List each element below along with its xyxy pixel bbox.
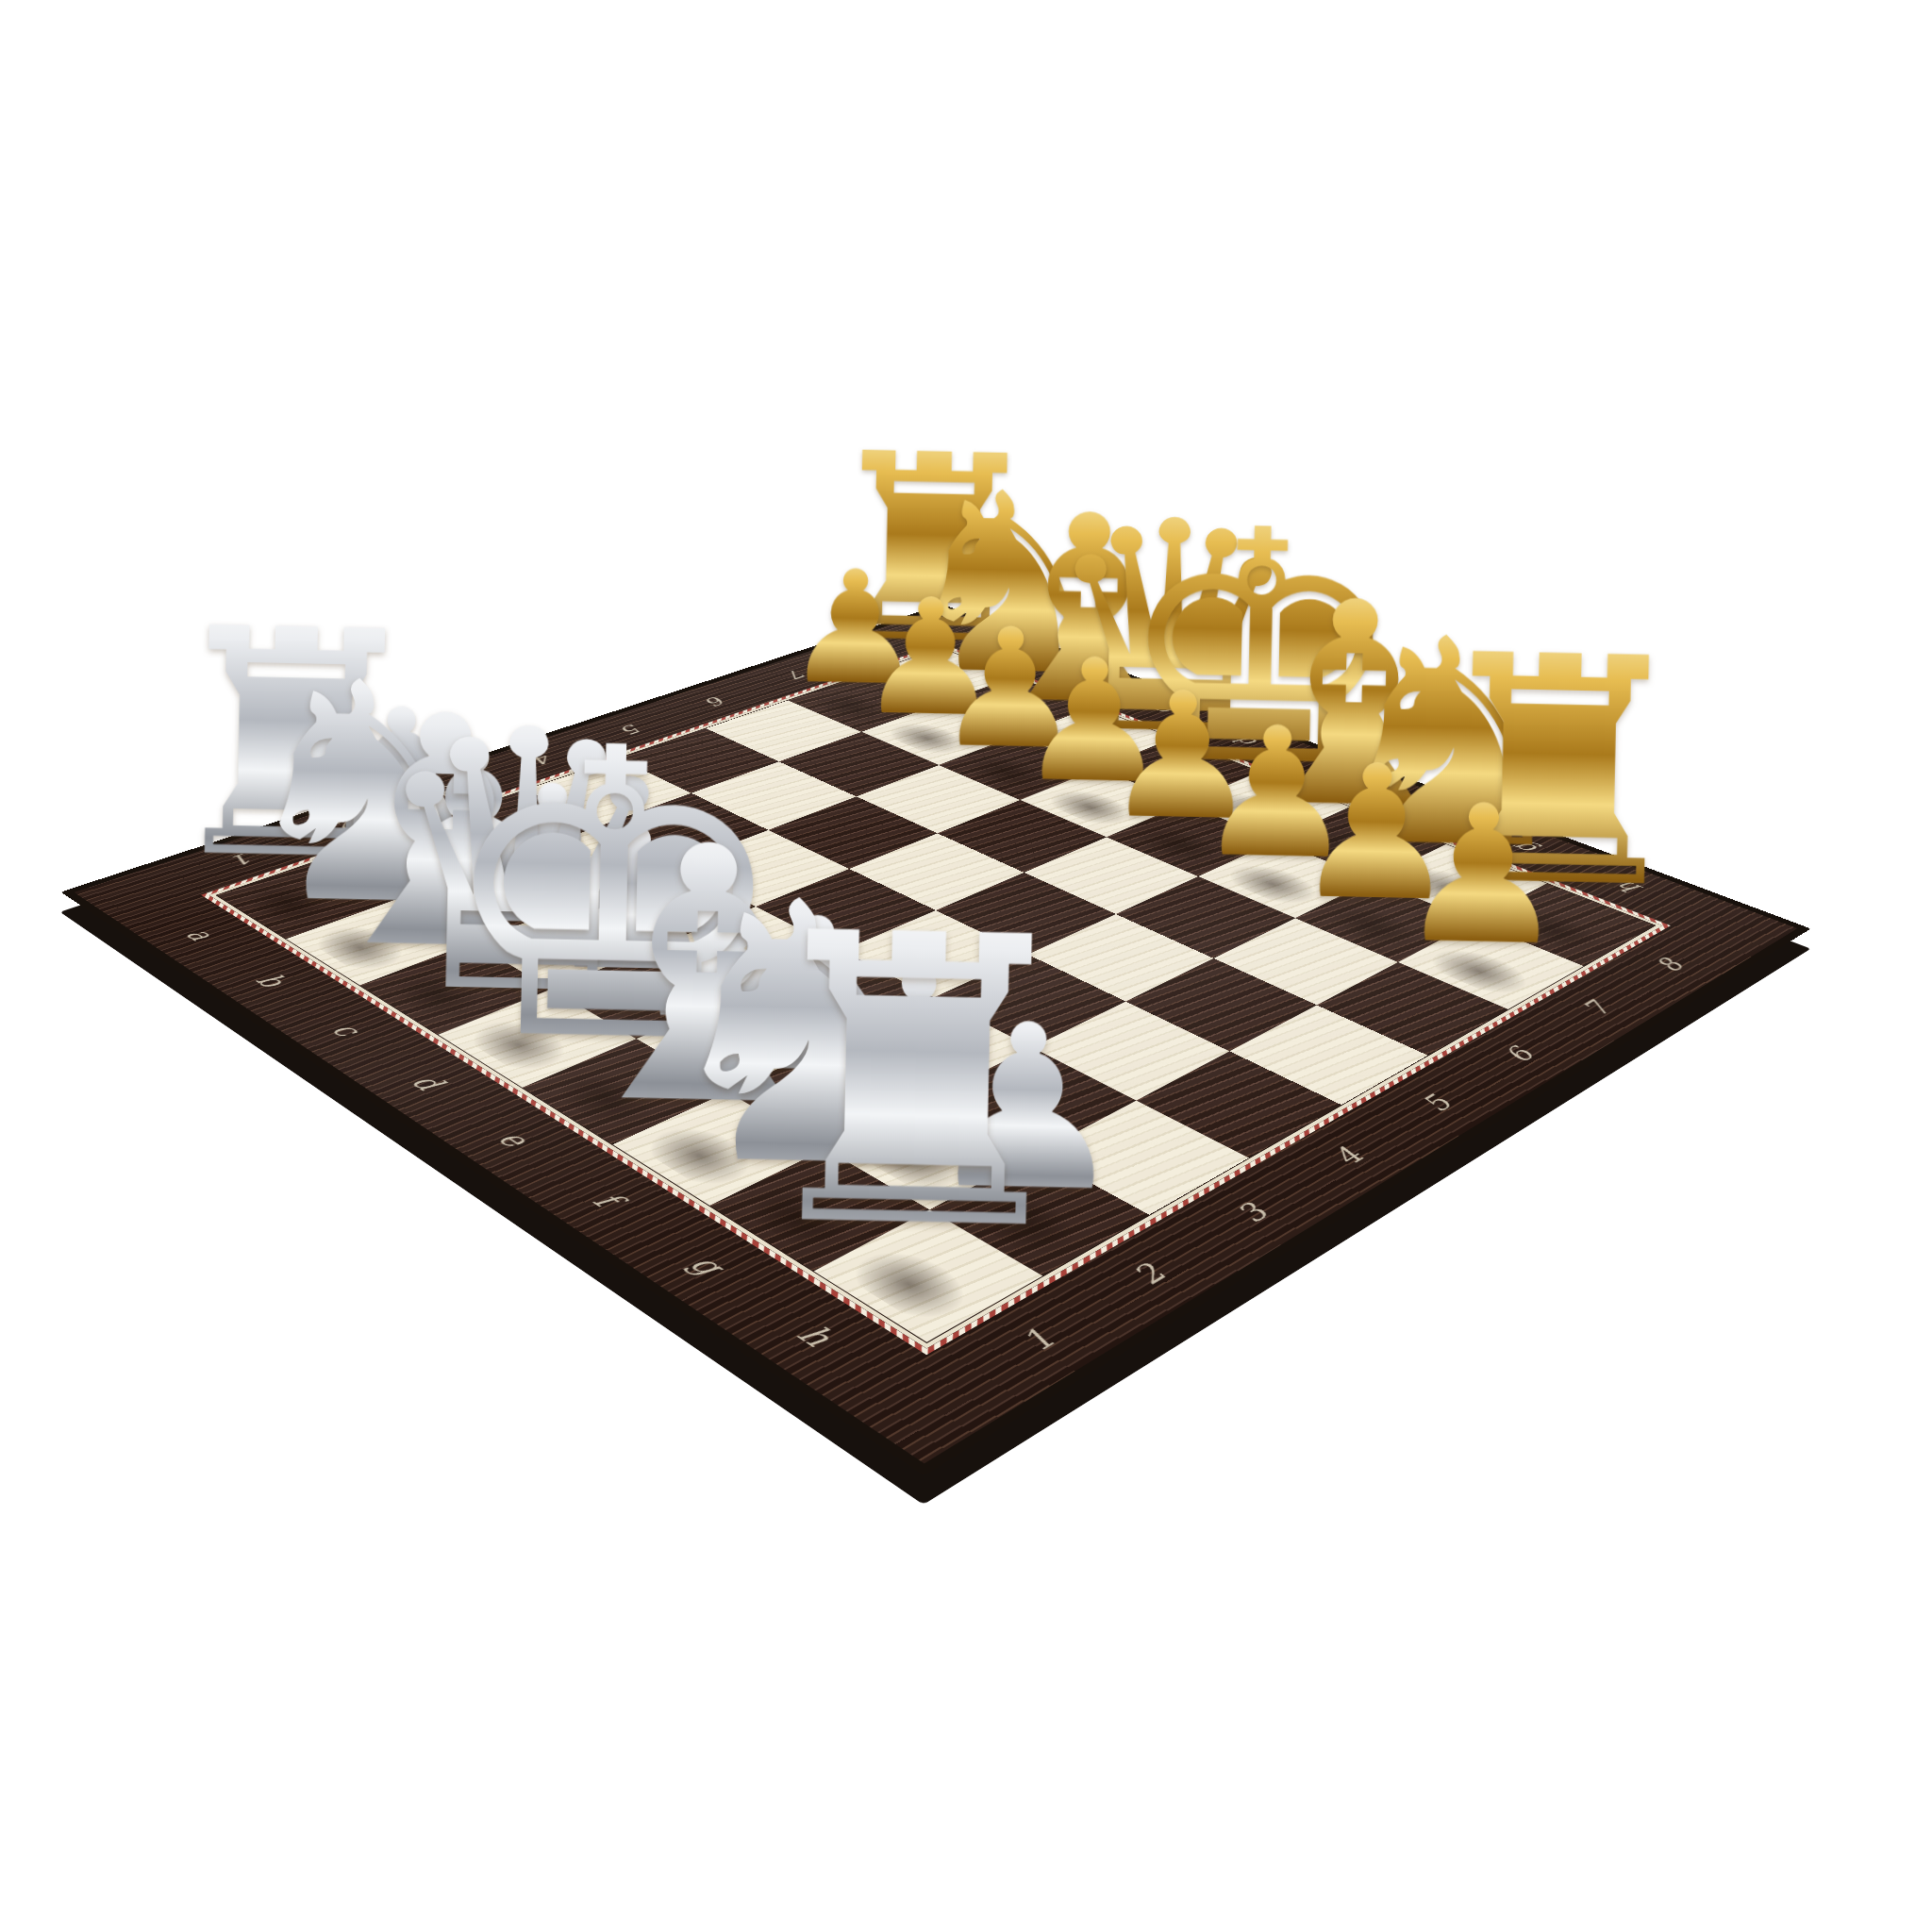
- piece-white-rook[interactable]: ♜: [610, 878, 1222, 1289]
- board-photo: ♜♞♝♛♚♝♞♜♟♟♟♟♟♟♟♟♟♟♟♟♟♟♟♟♜♞♝♛♚♝♞♜ abcdefg…: [0, 0, 1932, 1932]
- square-h7[interactable]: ♟: [1398, 922, 1584, 1009]
- board-frame: ♜♞♝♛♚♝♞♜♟♟♟♟♟♟♟♟♟♟♟♟♟♟♟♟♜♞♝♛♚♝♞♜ abcdefg…: [60, 604, 1810, 1475]
- piece-black-pawn[interactable]: ♟: [1236, 774, 1728, 975]
- playing-field: ♜♞♝♛♚♝♞♜♟♟♟♟♟♟♟♟♟♟♟♟♟♟♟♟♜♞♝♛♚♝♞♜: [217, 648, 1655, 1342]
- chess-board: ♜♞♝♛♚♝♞♜♟♟♟♟♟♟♟♟♟♟♟♟♟♟♟♟♜♞♝♛♚♝♞♜ abcdefg…: [60, 604, 1810, 1475]
- square-h1[interactable]: ♜: [814, 1210, 1042, 1342]
